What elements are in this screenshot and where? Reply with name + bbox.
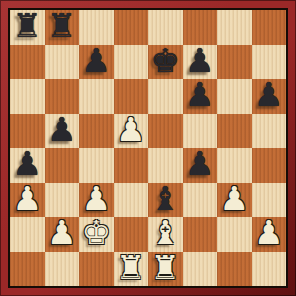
board-square-g1[interactable] (217, 252, 252, 287)
board-square-d6[interactable] (114, 79, 149, 114)
board-square-e5[interactable] (148, 114, 183, 149)
board-square-h3[interactable] (252, 183, 287, 218)
piece-black-pawn[interactable]: ♟ (254, 79, 284, 112)
board-inner-border: ♜♜♟♚♟♟♟♟♟♟♟♟♟♝♟♟♚♝♟♜♜ (8, 8, 288, 288)
piece-white-rook[interactable]: ♜ (150, 252, 180, 285)
board-square-f1[interactable] (183, 252, 218, 287)
piece-white-pawn[interactable]: ♟ (254, 217, 284, 250)
board-square-g7[interactable] (217, 45, 252, 80)
board-square-d3[interactable] (114, 183, 149, 218)
board-square-a2[interactable] (10, 217, 45, 252)
board-square-b4[interactable] (45, 148, 80, 183)
board-square-g5[interactable] (217, 114, 252, 149)
piece-white-pawn[interactable]: ♟ (116, 114, 146, 147)
chess-board: ♜♜♟♚♟♟♟♟♟♟♟♟♟♝♟♟♚♝♟♜♜ (10, 10, 286, 286)
board-square-e1[interactable]: ♜ (148, 252, 183, 287)
piece-black-pawn[interactable]: ♟ (47, 114, 77, 147)
board-square-f3[interactable] (183, 183, 218, 218)
board-square-d7[interactable] (114, 45, 149, 80)
board-square-h6[interactable]: ♟ (252, 79, 287, 114)
piece-black-pawn[interactable]: ♟ (12, 148, 42, 181)
board-square-b8[interactable]: ♜ (45, 10, 80, 45)
board-square-c7[interactable]: ♟ (79, 45, 114, 80)
board-square-c1[interactable] (79, 252, 114, 287)
board-square-d4[interactable] (114, 148, 149, 183)
board-square-g6[interactable] (217, 79, 252, 114)
board-square-d2[interactable] (114, 217, 149, 252)
piece-white-pawn[interactable]: ♟ (81, 183, 111, 216)
piece-black-pawn[interactable]: ♟ (185, 45, 215, 78)
board-square-c2[interactable]: ♚ (79, 217, 114, 252)
piece-white-pawn[interactable]: ♟ (47, 217, 77, 250)
board-frame: ♜♜♟♚♟♟♟♟♟♟♟♟♟♝♟♟♚♝♟♜♜ (0, 0, 296, 296)
piece-white-bishop[interactable]: ♝ (150, 217, 180, 250)
board-square-e8[interactable] (148, 10, 183, 45)
piece-black-pawn[interactable]: ♟ (185, 148, 215, 181)
piece-black-king[interactable]: ♚ (150, 45, 180, 78)
board-square-b6[interactable] (45, 79, 80, 114)
board-square-f8[interactable] (183, 10, 218, 45)
board-square-f2[interactable] (183, 217, 218, 252)
board-square-h5[interactable] (252, 114, 287, 149)
piece-black-pawn[interactable]: ♟ (185, 79, 215, 112)
board-square-h7[interactable] (252, 45, 287, 80)
board-square-a3[interactable]: ♟ (10, 183, 45, 218)
board-square-f5[interactable] (183, 114, 218, 149)
board-square-f7[interactable]: ♟ (183, 45, 218, 80)
board-square-d5[interactable]: ♟ (114, 114, 149, 149)
board-square-h4[interactable] (252, 148, 287, 183)
board-square-e7[interactable]: ♚ (148, 45, 183, 80)
board-square-e3[interactable]: ♝ (148, 183, 183, 218)
piece-white-pawn[interactable]: ♟ (12, 183, 42, 216)
board-square-h2[interactable]: ♟ (252, 217, 287, 252)
board-square-d1[interactable]: ♜ (114, 252, 149, 287)
board-square-h8[interactable] (252, 10, 287, 45)
board-square-g2[interactable] (217, 217, 252, 252)
board-square-a5[interactable] (10, 114, 45, 149)
board-square-g4[interactable] (217, 148, 252, 183)
piece-black-rook[interactable]: ♜ (47, 10, 77, 43)
board-square-e2[interactable]: ♝ (148, 217, 183, 252)
board-square-h1[interactable] (252, 252, 287, 287)
board-square-g8[interactable] (217, 10, 252, 45)
board-square-e6[interactable] (148, 79, 183, 114)
board-square-c8[interactable] (79, 10, 114, 45)
piece-black-bishop[interactable]: ♝ (150, 183, 180, 216)
board-square-a8[interactable]: ♜ (10, 10, 45, 45)
piece-black-pawn[interactable]: ♟ (81, 45, 111, 78)
board-square-b5[interactable]: ♟ (45, 114, 80, 149)
board-square-f6[interactable]: ♟ (183, 79, 218, 114)
board-square-e4[interactable] (148, 148, 183, 183)
piece-white-rook[interactable]: ♜ (116, 252, 146, 285)
board-square-c5[interactable] (79, 114, 114, 149)
board-square-b2[interactable]: ♟ (45, 217, 80, 252)
board-square-g3[interactable]: ♟ (217, 183, 252, 218)
board-square-a7[interactable] (10, 45, 45, 80)
board-square-c4[interactable] (79, 148, 114, 183)
board-square-a4[interactable]: ♟ (10, 148, 45, 183)
board-square-b7[interactable] (45, 45, 80, 80)
board-square-b1[interactable] (45, 252, 80, 287)
board-square-f4[interactable]: ♟ (183, 148, 218, 183)
board-square-a1[interactable] (10, 252, 45, 287)
piece-black-rook[interactable]: ♜ (12, 10, 42, 43)
piece-white-pawn[interactable]: ♟ (219, 183, 249, 216)
board-square-c3[interactable]: ♟ (79, 183, 114, 218)
board-square-a6[interactable] (10, 79, 45, 114)
piece-white-king[interactable]: ♚ (81, 217, 111, 250)
board-square-b3[interactable] (45, 183, 80, 218)
board-square-c6[interactable] (79, 79, 114, 114)
board-square-d8[interactable] (114, 10, 149, 45)
